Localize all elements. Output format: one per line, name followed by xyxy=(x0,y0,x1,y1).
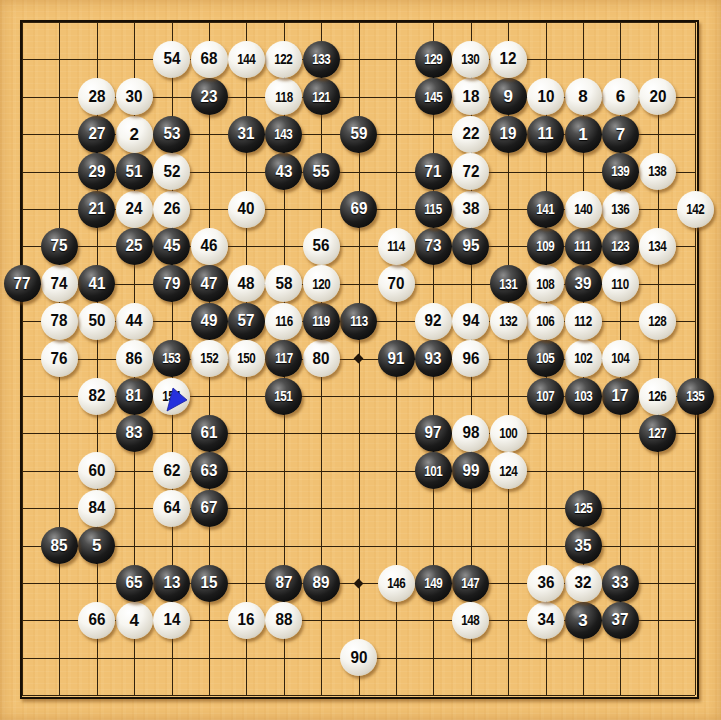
stone-white-122[interactable]: 122 xyxy=(265,41,302,78)
move-number: 86 xyxy=(126,351,143,367)
stone-black-141[interactable]: 141 xyxy=(527,191,564,228)
stone-white-114[interactable]: 114 xyxy=(378,228,415,265)
stone-white-8[interactable]: 8 xyxy=(565,78,602,115)
stone-black-119[interactable]: 119 xyxy=(303,303,340,340)
stone-black-59[interactable]: 59 xyxy=(340,116,377,153)
stone-white-142[interactable]: 142 xyxy=(677,191,714,228)
stone-black-101[interactable]: 101 xyxy=(415,452,452,489)
move-number: 75 xyxy=(51,238,68,254)
move-number: 15 xyxy=(201,575,218,591)
move-number: 149 xyxy=(424,576,442,591)
stone-white-98[interactable]: 98 xyxy=(452,415,489,452)
stone-white-74[interactable]: 74 xyxy=(41,265,78,302)
stone-black-49[interactable]: 49 xyxy=(191,303,228,340)
move-number: 14 xyxy=(163,612,180,628)
stone-black-103[interactable]: 103 xyxy=(565,378,602,415)
move-number: 11 xyxy=(538,126,554,142)
stone-black-69[interactable]: 69 xyxy=(340,191,377,228)
stone-black-13[interactable]: 13 xyxy=(153,565,190,602)
stone-white-34[interactable]: 34 xyxy=(527,602,564,639)
move-number: 124 xyxy=(499,464,517,479)
move-number: 62 xyxy=(163,463,180,479)
move-number: 104 xyxy=(611,351,629,366)
move-number: 30 xyxy=(126,89,143,105)
move-number: 122 xyxy=(275,52,293,67)
stone-black-123[interactable]: 123 xyxy=(602,228,639,265)
stone-black-149[interactable]: 149 xyxy=(415,565,452,602)
stone-black-115[interactable]: 115 xyxy=(415,191,452,228)
move-number: 51 xyxy=(126,164,143,180)
move-number: 25 xyxy=(126,238,143,254)
stone-white-120[interactable]: 120 xyxy=(303,265,340,302)
stone-black-139[interactable]: 139 xyxy=(602,153,639,190)
move-number: 68 xyxy=(201,51,218,67)
move-number: 105 xyxy=(537,351,555,366)
stone-black-47[interactable]: 47 xyxy=(191,265,228,302)
stone-black-95[interactable]: 95 xyxy=(452,228,489,265)
move-number: 129 xyxy=(424,52,442,67)
stone-black-53[interactable]: 53 xyxy=(153,116,190,153)
move-number: 39 xyxy=(575,276,592,292)
move-number: 154 xyxy=(163,389,181,404)
move-number: 6 xyxy=(616,88,625,105)
stone-black-67[interactable]: 67 xyxy=(191,490,228,527)
go-kifu-screen: 1234567891011121314151617181920212223242… xyxy=(0,0,721,720)
move-number: 138 xyxy=(649,164,667,179)
stone-white-24[interactable]: 24 xyxy=(116,191,153,228)
stone-white-54[interactable]: 54 xyxy=(153,41,190,78)
stone-white-130[interactable]: 130 xyxy=(452,41,489,78)
stone-white-32[interactable]: 32 xyxy=(565,565,602,602)
move-number: 142 xyxy=(686,202,704,217)
move-number: 4 xyxy=(129,612,138,629)
move-number: 131 xyxy=(499,277,517,292)
stone-white-152[interactable]: 152 xyxy=(191,340,228,377)
move-number: 56 xyxy=(313,238,330,254)
stone-black-9[interactable]: 9 xyxy=(490,78,527,115)
move-number: 22 xyxy=(462,126,479,142)
stone-black-39[interactable]: 39 xyxy=(565,265,602,302)
stone-black-15[interactable]: 15 xyxy=(191,565,228,602)
stone-white-46[interactable]: 46 xyxy=(191,228,228,265)
move-number: 33 xyxy=(612,575,629,591)
move-number: 134 xyxy=(649,239,667,254)
move-number: 102 xyxy=(574,351,592,366)
move-number: 9 xyxy=(503,88,512,105)
stone-white-132[interactable]: 132 xyxy=(490,303,527,340)
stone-white-56[interactable]: 56 xyxy=(303,228,340,265)
stone-black-19[interactable]: 19 xyxy=(490,116,527,153)
stone-white-52[interactable]: 52 xyxy=(153,153,190,190)
move-number: 61 xyxy=(201,425,218,441)
move-number: 80 xyxy=(313,351,330,367)
stone-black-131[interactable]: 131 xyxy=(490,265,527,302)
move-number: 43 xyxy=(275,164,292,180)
stone-black-113[interactable]: 113 xyxy=(340,303,377,340)
move-number: 31 xyxy=(238,126,255,142)
move-number: 67 xyxy=(201,500,218,516)
stone-black-77[interactable]: 77 xyxy=(4,265,41,302)
move-number: 21 xyxy=(88,201,105,217)
move-number: 60 xyxy=(88,463,105,479)
move-number: 111 xyxy=(575,239,592,254)
stone-black-55[interactable]: 55 xyxy=(303,153,340,190)
move-number: 20 xyxy=(649,89,666,105)
move-number: 148 xyxy=(462,613,480,628)
move-number: 69 xyxy=(350,201,367,217)
go-board[interactable]: 1234567891011121314151617181920212223242… xyxy=(0,0,721,720)
stone-white-36[interactable]: 36 xyxy=(527,565,564,602)
move-number: 26 xyxy=(163,201,180,217)
move-number: 83 xyxy=(126,425,143,441)
stone-white-104[interactable]: 104 xyxy=(602,340,639,377)
move-number: 10 xyxy=(537,89,554,105)
stone-white-148[interactable]: 148 xyxy=(452,602,489,639)
move-number: 3 xyxy=(578,612,587,629)
stone-white-6[interactable]: 6 xyxy=(602,78,639,115)
stone-white-150[interactable]: 150 xyxy=(228,340,265,377)
stone-white-86[interactable]: 86 xyxy=(116,340,153,377)
move-number: 64 xyxy=(163,500,180,516)
stone-white-82[interactable]: 82 xyxy=(78,378,115,415)
stone-black-3[interactable]: 3 xyxy=(565,602,602,639)
stone-black-121[interactable]: 121 xyxy=(303,78,340,115)
move-number: 100 xyxy=(499,426,517,441)
stone-black-109[interactable]: 109 xyxy=(527,228,564,265)
stone-black-71[interactable]: 71 xyxy=(415,153,452,190)
move-number: 54 xyxy=(163,51,180,67)
stone-black-85[interactable]: 85 xyxy=(41,527,78,564)
stone-white-80[interactable]: 80 xyxy=(303,340,340,377)
move-number: 40 xyxy=(238,201,255,217)
stone-black-23[interactable]: 23 xyxy=(191,78,228,115)
move-number: 98 xyxy=(462,425,479,441)
stone-white-144[interactable]: 144 xyxy=(228,41,265,78)
stone-black-27[interactable]: 27 xyxy=(78,116,115,153)
stone-black-33[interactable]: 33 xyxy=(602,565,639,602)
move-number: 47 xyxy=(201,276,218,292)
move-number: 70 xyxy=(388,276,405,292)
move-number: 92 xyxy=(425,313,442,329)
move-number: 84 xyxy=(88,500,105,516)
stone-black-83[interactable]: 83 xyxy=(116,415,153,452)
move-number: 85 xyxy=(51,538,68,554)
move-number: 103 xyxy=(574,389,592,404)
move-number: 125 xyxy=(574,501,592,516)
stone-black-35[interactable]: 35 xyxy=(565,527,602,564)
stone-white-154[interactable]: 154 xyxy=(153,378,190,415)
move-number: 89 xyxy=(313,575,330,591)
stone-black-91[interactable]: 91 xyxy=(378,340,415,377)
move-number: 18 xyxy=(462,89,479,105)
move-number: 19 xyxy=(500,126,517,142)
move-number: 141 xyxy=(537,202,555,217)
move-number: 97 xyxy=(425,425,442,441)
move-number: 57 xyxy=(238,313,255,329)
stone-black-87[interactable]: 87 xyxy=(265,565,302,602)
stone-black-127[interactable]: 127 xyxy=(639,415,676,452)
move-number: 63 xyxy=(201,463,218,479)
stone-white-92[interactable]: 92 xyxy=(415,303,452,340)
move-number: 44 xyxy=(126,313,143,329)
move-number: 140 xyxy=(574,202,592,217)
stone-white-64[interactable]: 64 xyxy=(153,490,190,527)
move-number: 32 xyxy=(575,575,592,591)
stone-black-105[interactable]: 105 xyxy=(527,340,564,377)
move-number: 114 xyxy=(387,239,405,254)
move-number: 28 xyxy=(88,89,105,105)
move-number: 121 xyxy=(312,90,330,105)
stone-white-94[interactable]: 94 xyxy=(452,303,489,340)
move-number: 58 xyxy=(275,276,292,292)
move-number: 120 xyxy=(312,277,330,292)
move-number: 115 xyxy=(425,202,443,217)
move-number: 12 xyxy=(500,51,517,67)
stone-black-143[interactable]: 143 xyxy=(265,116,302,153)
stone-black-45[interactable]: 45 xyxy=(153,228,190,265)
stone-white-66[interactable]: 66 xyxy=(78,602,115,639)
stone-white-78[interactable]: 78 xyxy=(41,303,78,340)
move-number: 5 xyxy=(92,537,101,554)
move-number: 99 xyxy=(462,463,479,479)
move-number: 95 xyxy=(462,238,479,254)
move-number: 55 xyxy=(313,164,330,180)
move-number: 82 xyxy=(88,388,105,404)
stone-white-124[interactable]: 124 xyxy=(490,452,527,489)
move-number: 24 xyxy=(126,201,143,217)
stone-white-128[interactable]: 128 xyxy=(639,303,676,340)
stone-black-97[interactable]: 97 xyxy=(415,415,452,452)
move-number: 13 xyxy=(163,575,180,591)
stone-black-21[interactable]: 21 xyxy=(78,191,115,228)
move-number: 78 xyxy=(51,313,68,329)
stone-white-40[interactable]: 40 xyxy=(228,191,265,228)
move-number: 126 xyxy=(649,389,667,404)
move-number: 146 xyxy=(387,576,405,591)
stone-white-70[interactable]: 70 xyxy=(378,265,415,302)
move-number: 8 xyxy=(578,88,587,105)
move-number: 41 xyxy=(88,276,105,292)
move-number: 79 xyxy=(163,276,180,292)
stone-black-7[interactable]: 7 xyxy=(602,116,639,153)
stone-black-135[interactable]: 135 xyxy=(677,378,714,415)
move-number: 119 xyxy=(312,314,330,329)
move-number: 35 xyxy=(575,538,592,554)
move-number: 53 xyxy=(163,126,180,142)
move-number: 123 xyxy=(611,239,629,254)
stone-white-110[interactable]: 110 xyxy=(602,265,639,302)
move-number: 17 xyxy=(612,388,629,404)
move-number: 34 xyxy=(537,612,554,628)
stone-white-22[interactable]: 22 xyxy=(452,116,489,153)
stone-white-112[interactable]: 112 xyxy=(565,303,602,340)
stone-white-2[interactable]: 2 xyxy=(116,116,153,153)
stone-white-102[interactable]: 102 xyxy=(565,340,602,377)
stone-black-63[interactable]: 63 xyxy=(191,452,228,489)
move-number: 49 xyxy=(201,313,218,329)
move-number: 16 xyxy=(238,612,255,628)
move-number: 112 xyxy=(574,314,592,329)
move-number: 116 xyxy=(275,314,293,329)
move-number: 96 xyxy=(462,351,479,367)
stone-white-14[interactable]: 14 xyxy=(153,602,190,639)
stone-black-61[interactable]: 61 xyxy=(191,415,228,452)
stone-white-116[interactable]: 116 xyxy=(265,303,302,340)
stone-white-48[interactable]: 48 xyxy=(228,265,265,302)
stone-black-11[interactable]: 11 xyxy=(527,116,564,153)
move-number: 94 xyxy=(462,313,479,329)
move-number: 46 xyxy=(201,238,218,254)
stone-black-153[interactable]: 153 xyxy=(153,340,190,377)
stone-black-125[interactable]: 125 xyxy=(565,490,602,527)
move-number: 127 xyxy=(649,426,667,441)
stone-white-50[interactable]: 50 xyxy=(78,303,115,340)
move-number: 93 xyxy=(425,351,442,367)
move-number: 151 xyxy=(275,389,293,404)
move-number: 107 xyxy=(537,389,555,404)
stone-black-107[interactable]: 107 xyxy=(527,378,564,415)
stone-black-73[interactable]: 73 xyxy=(415,228,452,265)
move-number: 23 xyxy=(201,89,218,105)
stone-black-75[interactable]: 75 xyxy=(41,228,78,265)
stone-black-145[interactable]: 145 xyxy=(415,78,452,115)
stone-black-111[interactable]: 111 xyxy=(565,228,602,265)
move-number: 45 xyxy=(163,238,180,254)
stone-white-106[interactable]: 106 xyxy=(527,303,564,340)
move-number: 90 xyxy=(350,650,367,666)
stone-black-147[interactable]: 147 xyxy=(452,565,489,602)
move-number: 29 xyxy=(88,164,105,180)
move-number: 71 xyxy=(425,164,442,180)
stone-white-100[interactable]: 100 xyxy=(490,415,527,452)
move-number: 153 xyxy=(163,351,181,366)
stone-white-134[interactable]: 134 xyxy=(639,228,676,265)
stone-white-44[interactable]: 44 xyxy=(116,303,153,340)
stone-black-1[interactable]: 1 xyxy=(565,116,602,153)
move-number: 128 xyxy=(649,314,667,329)
move-number: 50 xyxy=(88,313,105,329)
move-number: 118 xyxy=(275,90,293,105)
move-number: 145 xyxy=(424,90,442,105)
stone-white-30[interactable]: 30 xyxy=(116,78,153,115)
stone-black-151[interactable]: 151 xyxy=(265,378,302,415)
stone-black-65[interactable]: 65 xyxy=(116,565,153,602)
stone-white-140[interactable]: 140 xyxy=(565,191,602,228)
move-number: 108 xyxy=(537,277,555,292)
move-number: 133 xyxy=(312,52,330,67)
move-number: 52 xyxy=(163,164,180,180)
move-number: 130 xyxy=(462,52,480,67)
stone-black-93[interactable]: 93 xyxy=(415,340,452,377)
move-number: 87 xyxy=(275,575,292,591)
stone-white-76[interactable]: 76 xyxy=(41,340,78,377)
move-number: 1 xyxy=(578,126,587,143)
stone-white-84[interactable]: 84 xyxy=(78,490,115,527)
move-number: 27 xyxy=(88,126,105,142)
stone-black-57[interactable]: 57 xyxy=(228,303,265,340)
move-number: 113 xyxy=(350,314,368,329)
move-number: 74 xyxy=(51,276,68,292)
stone-black-89[interactable]: 89 xyxy=(303,565,340,602)
move-number: 2 xyxy=(129,126,138,143)
stone-white-4[interactable]: 4 xyxy=(116,602,153,639)
move-number: 76 xyxy=(51,351,68,367)
stone-white-12[interactable]: 12 xyxy=(490,41,527,78)
move-number: 136 xyxy=(611,202,629,217)
move-number: 135 xyxy=(686,389,704,404)
stone-white-136[interactable]: 136 xyxy=(602,191,639,228)
move-number: 59 xyxy=(350,126,367,142)
stone-black-17[interactable]: 17 xyxy=(602,378,639,415)
move-number: 73 xyxy=(425,238,442,254)
move-number: 37 xyxy=(612,612,629,628)
move-number: 72 xyxy=(462,164,479,180)
move-number: 147 xyxy=(462,576,480,591)
move-number: 91 xyxy=(388,351,405,367)
stone-white-68[interactable]: 68 xyxy=(191,41,228,78)
move-number: 88 xyxy=(275,612,292,628)
stone-white-38[interactable]: 38 xyxy=(452,191,489,228)
stone-black-51[interactable]: 51 xyxy=(116,153,153,190)
move-number: 132 xyxy=(499,314,517,329)
stone-black-129[interactable]: 129 xyxy=(415,41,452,78)
stone-white-146[interactable]: 146 xyxy=(378,565,415,602)
move-number: 66 xyxy=(88,612,105,628)
stone-white-126[interactable]: 126 xyxy=(639,378,676,415)
move-number: 109 xyxy=(537,239,555,254)
move-number: 106 xyxy=(537,314,555,329)
move-number: 101 xyxy=(424,464,442,479)
stone-black-37[interactable]: 37 xyxy=(602,602,639,639)
move-number: 110 xyxy=(612,277,630,292)
move-number: 48 xyxy=(238,276,255,292)
move-number: 81 xyxy=(126,388,143,404)
move-number: 36 xyxy=(537,575,554,591)
move-number: 38 xyxy=(462,201,479,217)
move-number: 150 xyxy=(237,351,255,366)
move-number: 152 xyxy=(200,351,218,366)
move-number: 143 xyxy=(275,127,293,142)
stone-white-16[interactable]: 16 xyxy=(228,602,265,639)
stone-black-81[interactable]: 81 xyxy=(116,378,153,415)
move-number: 117 xyxy=(275,351,293,366)
move-number: 77 xyxy=(14,276,31,292)
stone-white-88[interactable]: 88 xyxy=(265,602,302,639)
stone-black-133[interactable]: 133 xyxy=(303,41,340,78)
move-number: 139 xyxy=(611,164,629,179)
move-number: 65 xyxy=(126,575,143,591)
move-number: 7 xyxy=(616,126,625,143)
stone-white-26[interactable]: 26 xyxy=(153,191,190,228)
stone-black-31[interactable]: 31 xyxy=(228,116,265,153)
move-number: 144 xyxy=(237,52,255,67)
stone-black-25[interactable]: 25 xyxy=(116,228,153,265)
